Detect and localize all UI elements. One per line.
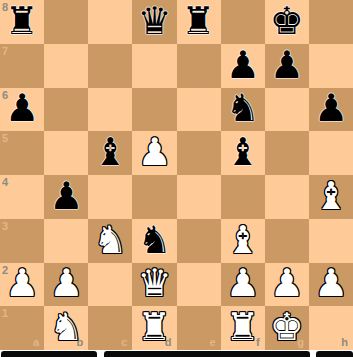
white-pawn[interactable]: ♟ xyxy=(49,264,83,302)
square-c6[interactable] xyxy=(88,88,132,132)
square-a8[interactable]: 8♜ xyxy=(0,0,44,44)
square-b7[interactable] xyxy=(44,44,88,88)
square-c4[interactable] xyxy=(88,175,132,219)
rank-label-1: 1 xyxy=(2,308,8,319)
square-d2[interactable]: ♛ xyxy=(132,263,176,307)
square-c5[interactable]: ♝ xyxy=(88,131,132,175)
square-e2[interactable] xyxy=(177,263,221,307)
square-a7[interactable]: 7 xyxy=(0,44,44,88)
square-g2[interactable]: ♟ xyxy=(265,263,309,307)
rank-label-3: 3 xyxy=(2,221,8,232)
square-g5[interactable] xyxy=(265,131,309,175)
square-h4[interactable]: ♝ xyxy=(309,175,353,219)
black-pawn[interactable]: ♟ xyxy=(49,177,83,215)
black-rook[interactable]: ♜ xyxy=(182,2,216,40)
square-h7[interactable] xyxy=(309,44,353,88)
white-knight[interactable]: ♞ xyxy=(49,308,83,346)
white-queen[interactable]: ♛ xyxy=(137,264,171,302)
black-pawn[interactable]: ♟ xyxy=(5,89,39,127)
square-e1[interactable]: e xyxy=(177,306,221,350)
square-d8[interactable]: ♛ xyxy=(132,0,176,44)
file-label-a: a xyxy=(33,337,39,348)
white-bishop[interactable]: ♝ xyxy=(226,221,260,259)
square-d7[interactable] xyxy=(132,44,176,88)
square-f7[interactable]: ♟ xyxy=(221,44,265,88)
bottom-panel-edge-segment-3 xyxy=(316,351,353,357)
black-bishop[interactable]: ♝ xyxy=(226,133,260,171)
square-a1[interactable]: 1a xyxy=(0,306,44,350)
rank-label-7: 7 xyxy=(2,46,8,57)
rank-label-4: 4 xyxy=(2,177,8,188)
white-pawn[interactable]: ♟ xyxy=(5,264,39,302)
bottom-panel-edge xyxy=(0,350,353,357)
square-h5[interactable] xyxy=(309,131,353,175)
black-pawn[interactable]: ♟ xyxy=(226,46,260,84)
square-d4[interactable] xyxy=(132,175,176,219)
black-knight[interactable]: ♞ xyxy=(137,221,171,259)
black-pawn[interactable]: ♟ xyxy=(270,46,304,84)
square-b5[interactable] xyxy=(44,131,88,175)
square-e5[interactable] xyxy=(177,131,221,175)
bottom-panel-edge-segment-2 xyxy=(104,351,310,357)
square-h2[interactable]: ♟ xyxy=(309,263,353,307)
white-king[interactable]: ♚ xyxy=(270,308,304,346)
square-h6[interactable]: ♟ xyxy=(309,88,353,132)
square-c8[interactable] xyxy=(88,0,132,44)
chess-app-window: 8♜♛♜♚7♟♟6♟♞♟5♝♟♝4♟♝3♞♞♝2♟♟♛♟♟♟1ab♞cd♜ef♜… xyxy=(0,0,353,357)
white-knight[interactable]: ♞ xyxy=(93,221,127,259)
white-pawn[interactable]: ♟ xyxy=(270,264,304,302)
square-f8[interactable] xyxy=(221,0,265,44)
square-a3[interactable]: 3 xyxy=(0,219,44,263)
square-g4[interactable] xyxy=(265,175,309,219)
black-rook[interactable]: ♜ xyxy=(5,2,39,40)
square-g3[interactable] xyxy=(265,219,309,263)
square-e6[interactable] xyxy=(177,88,221,132)
square-f1[interactable]: f♜ xyxy=(221,306,265,350)
square-g6[interactable] xyxy=(265,88,309,132)
square-c3[interactable]: ♞ xyxy=(88,219,132,263)
square-a6[interactable]: 6♟ xyxy=(0,88,44,132)
square-h3[interactable] xyxy=(309,219,353,263)
file-label-c: c xyxy=(121,337,127,348)
square-h1[interactable]: h xyxy=(309,306,353,350)
square-g1[interactable]: g♚ xyxy=(265,306,309,350)
black-bishop[interactable]: ♝ xyxy=(93,133,127,171)
square-b3[interactable] xyxy=(44,219,88,263)
square-d1[interactable]: d♜ xyxy=(132,306,176,350)
chess-board[interactable]: 8♜♛♜♚7♟♟6♟♞♟5♝♟♝4♟♝3♞♞♝2♟♟♛♟♟♟1ab♞cd♜ef♜… xyxy=(0,0,353,350)
square-c7[interactable] xyxy=(88,44,132,88)
white-pawn[interactable]: ♟ xyxy=(137,133,171,171)
white-rook[interactable]: ♜ xyxy=(226,308,260,346)
square-b1[interactable]: b♞ xyxy=(44,306,88,350)
square-b8[interactable] xyxy=(44,0,88,44)
bottom-panel-edge-segment-1 xyxy=(1,351,97,357)
square-c1[interactable]: c xyxy=(88,306,132,350)
square-e8[interactable]: ♜ xyxy=(177,0,221,44)
file-label-h: h xyxy=(341,337,348,348)
white-bishop[interactable]: ♝ xyxy=(314,177,348,215)
square-b2[interactable]: ♟ xyxy=(44,263,88,307)
square-f4[interactable] xyxy=(221,175,265,219)
square-h8[interactable] xyxy=(309,0,353,44)
black-king[interactable]: ♚ xyxy=(270,2,304,40)
square-f5[interactable]: ♝ xyxy=(221,131,265,175)
square-g7[interactable]: ♟ xyxy=(265,44,309,88)
square-a2[interactable]: 2♟ xyxy=(0,263,44,307)
black-queen[interactable]: ♛ xyxy=(137,2,171,40)
white-rook[interactable]: ♜ xyxy=(137,308,171,346)
square-e3[interactable] xyxy=(177,219,221,263)
square-d3[interactable]: ♞ xyxy=(132,219,176,263)
square-c2[interactable] xyxy=(88,263,132,307)
square-a4[interactable]: 4 xyxy=(0,175,44,219)
square-f3[interactable]: ♝ xyxy=(221,219,265,263)
white-pawn[interactable]: ♟ xyxy=(226,264,260,302)
square-b6[interactable] xyxy=(44,88,88,132)
square-f2[interactable]: ♟ xyxy=(221,263,265,307)
square-a5[interactable]: 5 xyxy=(0,131,44,175)
white-pawn[interactable]: ♟ xyxy=(314,264,348,302)
black-pawn[interactable]: ♟ xyxy=(314,89,348,127)
square-f6[interactable]: ♞ xyxy=(221,88,265,132)
square-d6[interactable] xyxy=(132,88,176,132)
black-knight[interactable]: ♞ xyxy=(226,89,260,127)
square-g8[interactable]: ♚ xyxy=(265,0,309,44)
square-d5[interactable]: ♟ xyxy=(132,131,176,175)
square-e4[interactable] xyxy=(177,175,221,219)
file-label-e: e xyxy=(210,337,216,348)
rank-label-5: 5 xyxy=(2,133,8,144)
square-e7[interactable] xyxy=(177,44,221,88)
square-b4[interactable]: ♟ xyxy=(44,175,88,219)
